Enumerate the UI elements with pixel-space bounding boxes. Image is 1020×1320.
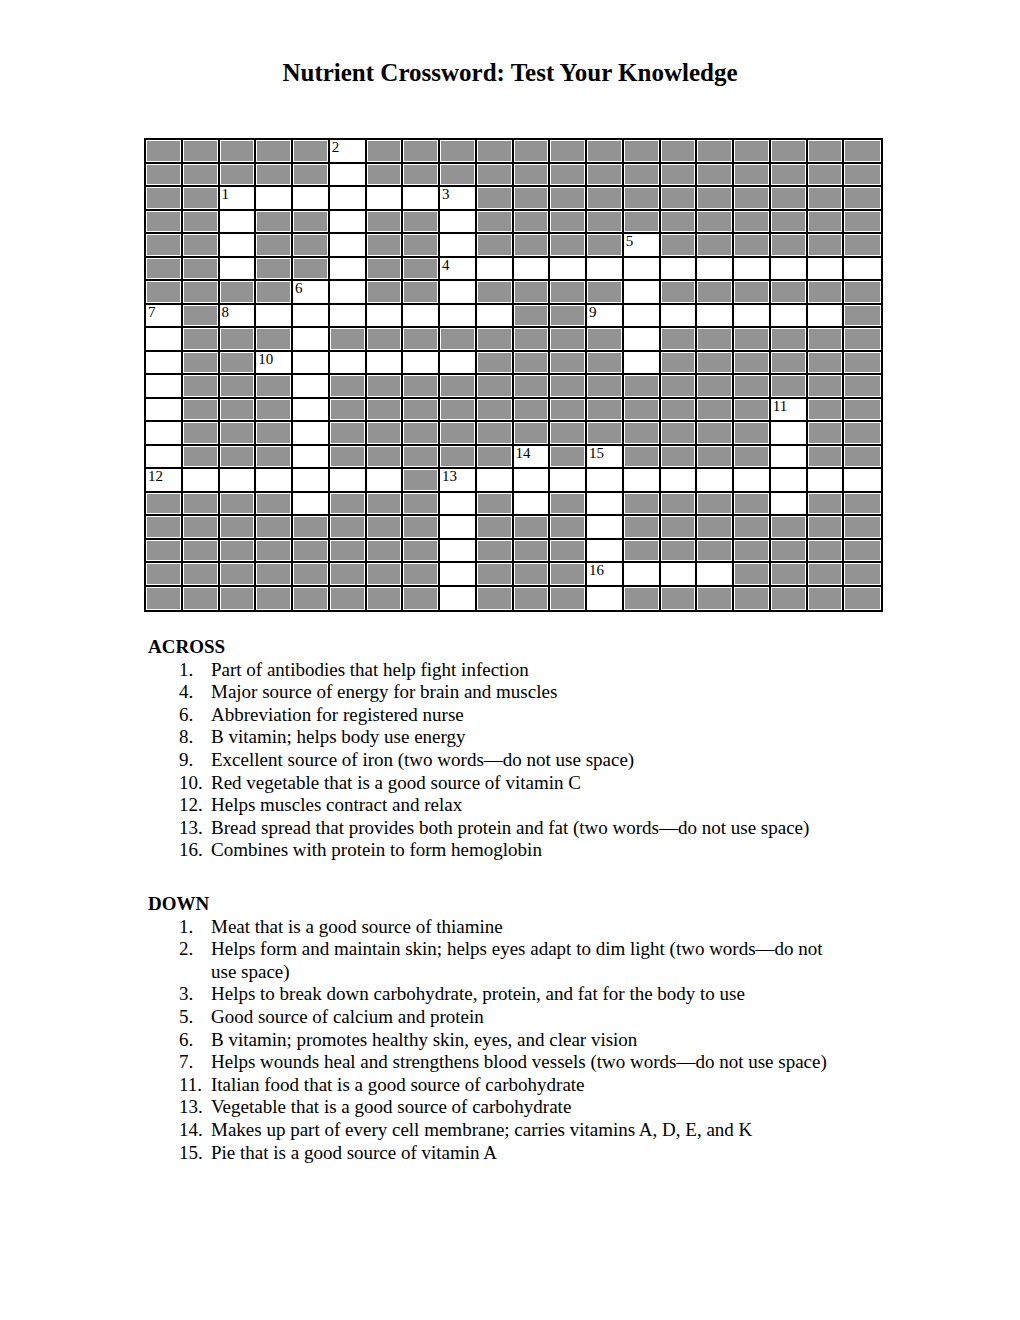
grid-cell-r16c9[interactable]: [440, 493, 477, 517]
page-title: Nutrient Crossword: Test Your Knowledge: [0, 58, 1020, 88]
grid-cell-r3c4[interactable]: [256, 187, 293, 211]
grid-cell-r17c4: [256, 516, 293, 540]
grid-cell-r8c17[interactable]: [734, 305, 771, 329]
clue-text: Vegetable that is a good source of carbo…: [211, 1096, 571, 1119]
grid-cell-r5c3[interactable]: [220, 234, 257, 258]
grid-cell-r7c7: [367, 281, 404, 305]
grid-cell-r19c20: [844, 563, 881, 587]
grid-cell-r16c16: [697, 493, 734, 517]
grid-cell-r6c6[interactable]: [330, 258, 367, 282]
grid-cell-r10c11: [514, 352, 551, 376]
grid-cell-r1c18: [771, 140, 808, 164]
grid-cell-r11c10: [477, 375, 514, 399]
clue-number: 6.: [179, 1029, 211, 1052]
grid-cell-r20c13[interactable]: [587, 587, 624, 611]
clue-text: Good source of calcium and protein: [211, 1006, 484, 1029]
grid-cell-r10c4[interactable]: 10: [256, 352, 293, 376]
grid-clue-number-15: 15: [589, 446, 604, 461]
grid-cell-r15c18[interactable]: [771, 469, 808, 493]
grid-cell-r14c3: [220, 446, 257, 470]
grid-cell-r18c16: [697, 540, 734, 564]
grid-cell-r5c2: [183, 234, 220, 258]
grid-cell-r14c18[interactable]: [771, 446, 808, 470]
grid-cell-r7c6[interactable]: [330, 281, 367, 305]
grid-cell-r17c2: [183, 516, 220, 540]
grid-cell-r10c19: [808, 352, 845, 376]
crossword-grid: 21354678910111415121316: [144, 138, 883, 612]
clue-text: B vitamin; helps body use energy: [211, 726, 466, 749]
grid-cell-r10c10: [477, 352, 514, 376]
grid-cell-r4c2: [183, 211, 220, 235]
grid-clue-number-1: 1: [222, 187, 230, 202]
down-clue-13: 13.Vegetable that is a good source of ca…: [179, 1096, 1020, 1119]
grid-cell-r13c15: [661, 422, 698, 446]
grid-cell-r18c14: [624, 540, 661, 564]
grid-cell-r17c11: [514, 516, 551, 540]
grid-cell-r4c20: [844, 211, 881, 235]
grid-cell-r6c12[interactable]: [550, 258, 587, 282]
grid-cell-r6c3[interactable]: [220, 258, 257, 282]
grid-cell-r17c10: [477, 516, 514, 540]
grid-cell-r13c5[interactable]: [293, 422, 330, 446]
worksheet-page: Nutrient Crossword: Test Your Knowledge …: [0, 0, 1020, 1320]
grid-cell-r10c20: [844, 352, 881, 376]
grid-cell-r14c13[interactable]: 15: [587, 446, 624, 470]
grid-cell-r3c6[interactable]: [330, 187, 367, 211]
grid-cell-r11c8: [403, 375, 440, 399]
down-section: DOWN 1.Meat that is a good source of thi…: [0, 893, 1020, 1164]
grid-cell-r6c10[interactable]: [477, 258, 514, 282]
grid-cell-r9c5[interactable]: [293, 328, 330, 352]
grid-cell-r6c18[interactable]: [771, 258, 808, 282]
grid-cell-r2c16: [697, 164, 734, 188]
grid-cell-r15c16[interactable]: [697, 469, 734, 493]
grid-cell-r10c16: [697, 352, 734, 376]
grid-cell-r6c15[interactable]: [661, 258, 698, 282]
grid-clue-number-3: 3: [442, 187, 450, 202]
grid-cell-r20c17: [734, 587, 771, 611]
grid-cell-r8c3[interactable]: 8: [220, 305, 257, 329]
grid-cell-r15c8: [403, 469, 440, 493]
grid-cell-r8c4[interactable]: [256, 305, 293, 329]
grid-cell-r12c18[interactable]: 11: [771, 399, 808, 423]
clue-number: 1.: [179, 659, 211, 682]
grid-cell-r2c20: [844, 164, 881, 188]
grid-cell-r8c8[interactable]: [403, 305, 440, 329]
grid-cell-r14c20: [844, 446, 881, 470]
grid-cell-r2c8: [403, 164, 440, 188]
grid-cell-r5c15: [661, 234, 698, 258]
clue-number: 5.: [179, 1006, 211, 1029]
grid-clue-number-4: 4: [442, 258, 450, 273]
grid-cell-r18c13[interactable]: [587, 540, 624, 564]
grid-cell-r16c15: [661, 493, 698, 517]
grid-cell-r4c6[interactable]: [330, 211, 367, 235]
grid-cell-r14c9: [440, 446, 477, 470]
grid-cell-r10c5[interactable]: [293, 352, 330, 376]
grid-cell-r20c14: [624, 587, 661, 611]
grid-cell-r9c12: [550, 328, 587, 352]
grid-cell-r10c1[interactable]: [146, 352, 183, 376]
grid-cell-r4c3[interactable]: [220, 211, 257, 235]
clue-number: 4.: [179, 681, 211, 704]
grid-cell-r1c6[interactable]: 2: [330, 140, 367, 164]
grid-cell-r3c18: [771, 187, 808, 211]
clue-text: Helps form and maintain skin; helps eyes…: [211, 938, 823, 983]
grid-cell-r9c1[interactable]: [146, 328, 183, 352]
grid-cell-r3c5[interactable]: [293, 187, 330, 211]
grid-cell-r5c19: [808, 234, 845, 258]
grid-cell-r14c10: [477, 446, 514, 470]
grid-cell-r7c1: [146, 281, 183, 305]
grid-cell-r16c5[interactable]: [293, 493, 330, 517]
grid-cell-r10c6[interactable]: [330, 352, 367, 376]
grid-cell-r14c11[interactable]: 14: [514, 446, 551, 470]
grid-cell-r13c20: [844, 422, 881, 446]
grid-cell-r16c20: [844, 493, 881, 517]
grid-cell-r20c8: [403, 587, 440, 611]
grid-cell-r15c9[interactable]: 13: [440, 469, 477, 493]
grid-cell-r4c18: [771, 211, 808, 235]
grid-cell-r10c13: [587, 352, 624, 376]
grid-cell-r19c13[interactable]: 16: [587, 563, 624, 587]
grid-cell-r9c16: [697, 328, 734, 352]
grid-cell-r20c10: [477, 587, 514, 611]
grid-cell-r7c18: [771, 281, 808, 305]
grid-cell-r11c14: [624, 375, 661, 399]
grid-cell-r17c13[interactable]: [587, 516, 624, 540]
grid-cell-r13c6: [330, 422, 367, 446]
grid-cell-r9c2: [183, 328, 220, 352]
grid-cell-r16c4: [256, 493, 293, 517]
grid-clue-number-2: 2: [332, 140, 340, 155]
grid-cell-r18c4: [256, 540, 293, 564]
grid-cell-r6c14[interactable]: [624, 258, 661, 282]
grid-cell-r8c7[interactable]: [367, 305, 404, 329]
grid-cell-r15c20[interactable]: [844, 469, 881, 493]
grid-cell-r2c5: [293, 164, 330, 188]
across-clue-16: 16.Combines with protein to form hemoglo…: [179, 839, 1020, 862]
grid-cell-r14c7: [367, 446, 404, 470]
grid-cell-r6c9[interactable]: 4: [440, 258, 477, 282]
grid-cell-r19c16[interactable]: [697, 563, 734, 587]
down-clue-7: 7.Helps wounds heal and strengthens bloo…: [179, 1051, 1020, 1074]
grid-cell-r9c4: [256, 328, 293, 352]
grid-cell-r5c6[interactable]: [330, 234, 367, 258]
grid-cell-r7c4: [256, 281, 293, 305]
grid-cell-r5c4: [256, 234, 293, 258]
grid-cell-r14c17: [734, 446, 771, 470]
grid-cell-r5c5: [293, 234, 330, 258]
grid-cell-r17c9[interactable]: [440, 516, 477, 540]
grid-cell-r18c3: [220, 540, 257, 564]
grid-cell-r12c7: [367, 399, 404, 423]
grid-cell-r19c14[interactable]: [624, 563, 661, 587]
grid-cell-r19c17: [734, 563, 771, 587]
grid-cell-r2c18: [771, 164, 808, 188]
grid-cell-r8c10[interactable]: [477, 305, 514, 329]
grid-cell-r5c11: [514, 234, 551, 258]
grid-cell-r1c1: [146, 140, 183, 164]
grid-cell-r11c12: [550, 375, 587, 399]
grid-cell-r15c5[interactable]: [293, 469, 330, 493]
grid-cell-r9c20: [844, 328, 881, 352]
grid-cell-r1c19: [808, 140, 845, 164]
grid-cell-r2c17: [734, 164, 771, 188]
across-heading: ACROSS: [148, 636, 1020, 659]
grid-cell-r2c9: [440, 164, 477, 188]
grid-cell-r5c14[interactable]: 5: [624, 234, 661, 258]
grid-cell-r8c1[interactable]: 7: [146, 305, 183, 329]
grid-cell-r1c17: [734, 140, 771, 164]
grid-cell-r19c6: [330, 563, 367, 587]
grid-cell-r11c18: [771, 375, 808, 399]
grid-cell-r16c18[interactable]: [771, 493, 808, 517]
grid-cell-r10c8[interactable]: [403, 352, 440, 376]
grid-cell-r16c17: [734, 493, 771, 517]
grid-cell-r15c3[interactable]: [220, 469, 257, 493]
grid-cell-r7c2: [183, 281, 220, 305]
grid-cell-r14c15: [661, 446, 698, 470]
grid-cell-r18c10: [477, 540, 514, 564]
grid-cell-r16c1: [146, 493, 183, 517]
grid-cell-r15c6[interactable]: [330, 469, 367, 493]
grid-cell-r13c1[interactable]: [146, 422, 183, 446]
grid-cell-r15c2[interactable]: [183, 469, 220, 493]
grid-cell-r5c16: [697, 234, 734, 258]
grid-cell-r15c4[interactable]: [256, 469, 293, 493]
grid-clue-number-5: 5: [626, 234, 634, 249]
grid-cell-r18c19: [808, 540, 845, 564]
grid-cell-r12c1[interactable]: [146, 399, 183, 423]
across-clue-8: 8.B vitamin; helps body use energy: [179, 726, 1020, 749]
grid-cell-r20c20: [844, 587, 881, 611]
grid-cell-r7c16: [697, 281, 734, 305]
across-clue-12: 12.Helps muscles contract and relax: [179, 794, 1020, 817]
grid-cell-r10c3: [220, 352, 257, 376]
grid-cell-r4c11: [514, 211, 551, 235]
clue-text: Italian food that is a good source of ca…: [211, 1074, 585, 1097]
grid-cell-r9c18: [771, 328, 808, 352]
grid-cell-r15c15[interactable]: [661, 469, 698, 493]
grid-cell-r13c10: [477, 422, 514, 446]
grid-cell-r18c20: [844, 540, 881, 564]
grid-cell-r13c19: [808, 422, 845, 446]
grid-cell-r14c1[interactable]: [146, 446, 183, 470]
grid-cell-r3c8[interactable]: [403, 187, 440, 211]
grid-cell-r17c19: [808, 516, 845, 540]
grid-cell-r6c19[interactable]: [808, 258, 845, 282]
grid-cell-r1c20: [844, 140, 881, 164]
grid-cell-r9c9: [440, 328, 477, 352]
grid-cell-r11c15: [661, 375, 698, 399]
grid-cell-r13c11: [514, 422, 551, 446]
grid-clue-number-9: 9: [589, 305, 597, 320]
grid-cell-r18c11: [514, 540, 551, 564]
grid-cell-r15c14[interactable]: [624, 469, 661, 493]
grid-cell-r18c9[interactable]: [440, 540, 477, 564]
grid-cell-r1c3: [220, 140, 257, 164]
grid-cell-r10c12: [550, 352, 587, 376]
grid-cell-r14c19: [808, 446, 845, 470]
across-clue-13: 13.Bread spread that provides both prote…: [179, 817, 1020, 840]
clue-number: 7.: [179, 1051, 211, 1074]
grid-cell-r15c13[interactable]: [587, 469, 624, 493]
grid-cell-r1c16: [697, 140, 734, 164]
grid-cell-r11c16: [697, 375, 734, 399]
grid-cell-r9c8: [403, 328, 440, 352]
grid-cell-r8c6[interactable]: [330, 305, 367, 329]
grid-cell-r14c2: [183, 446, 220, 470]
grid-cell-r16c7: [367, 493, 404, 517]
grid-cell-r11c13: [587, 375, 624, 399]
grid-cell-r7c5[interactable]: 6: [293, 281, 330, 305]
grid-cell-r4c9[interactable]: [440, 211, 477, 235]
grid-cell-r14c5[interactable]: [293, 446, 330, 470]
grid-cell-r6c11[interactable]: [514, 258, 551, 282]
grid-cell-r5c7: [367, 234, 404, 258]
grid-cell-r15c7[interactable]: [367, 469, 404, 493]
grid-cell-r16c2: [183, 493, 220, 517]
grid-cell-r16c8: [403, 493, 440, 517]
grid-cell-r6c16[interactable]: [697, 258, 734, 282]
grid-cell-r19c11: [514, 563, 551, 587]
grid-cell-r16c14: [624, 493, 661, 517]
clue-text: Helps to break down carbohydrate, protei…: [211, 983, 745, 1006]
grid-cell-r20c4: [256, 587, 293, 611]
grid-cell-r7c9[interactable]: [440, 281, 477, 305]
grid-cell-r20c9[interactable]: [440, 587, 477, 611]
grid-cell-r18c17: [734, 540, 771, 564]
grid-cell-r2c6[interactable]: [330, 164, 367, 188]
grid-cell-r15c10[interactable]: [477, 469, 514, 493]
grid-cell-r12c2: [183, 399, 220, 423]
grid-cell-r2c2: [183, 164, 220, 188]
grid-cell-r12c5[interactable]: [293, 399, 330, 423]
grid-cell-r17c12: [550, 516, 587, 540]
grid-cell-r10c15: [661, 352, 698, 376]
grid-cell-r9c14[interactable]: [624, 328, 661, 352]
grid-cell-r8c15[interactable]: [661, 305, 698, 329]
grid-cell-r3c7[interactable]: [367, 187, 404, 211]
grid-cell-r20c15: [661, 587, 698, 611]
grid-cell-r8c16[interactable]: [697, 305, 734, 329]
grid-cell-r17c17: [734, 516, 771, 540]
grid-cell-r10c9[interactable]: [440, 352, 477, 376]
grid-cell-r12c6: [330, 399, 367, 423]
grid-cell-r11c7: [367, 375, 404, 399]
grid-cell-r18c15: [661, 540, 698, 564]
grid-clue-number-8: 8: [222, 305, 230, 320]
clue-text: Combines with protein to form hemoglobin: [211, 839, 542, 862]
grid-cell-r5c18: [771, 234, 808, 258]
grid-cell-r16c11[interactable]: [514, 493, 551, 517]
grid-cell-r3c13: [587, 187, 624, 211]
across-section: ACROSS 1.Part of antibodies that help fi…: [0, 636, 1020, 862]
grid-cell-r11c5[interactable]: [293, 375, 330, 399]
grid-cell-r4c4: [256, 211, 293, 235]
grid-cell-r5c13: [587, 234, 624, 258]
grid-cell-r3c19: [808, 187, 845, 211]
grid-cell-r12c16: [697, 399, 734, 423]
grid-cell-r1c5: [293, 140, 330, 164]
grid-cell-r10c2: [183, 352, 220, 376]
grid-cell-r8c13[interactable]: 9: [587, 305, 624, 329]
clue-text: Helps muscles contract and relax: [211, 794, 462, 817]
grid-cell-r16c3: [220, 493, 257, 517]
grid-cell-r11c6: [330, 375, 367, 399]
clue-text: Pie that is a good source of vitamin A: [211, 1142, 497, 1165]
grid-cell-r6c20[interactable]: [844, 258, 881, 282]
grid-cell-r3c9[interactable]: 3: [440, 187, 477, 211]
grid-cell-r20c7: [367, 587, 404, 611]
grid-cell-r12c15: [661, 399, 698, 423]
grid-cell-r19c15[interactable]: [661, 563, 698, 587]
grid-cell-r8c19[interactable]: [808, 305, 845, 329]
grid-cell-r3c17: [734, 187, 771, 211]
clue-text: Red vegetable that is a good source of v…: [211, 772, 581, 795]
grid-cell-r9c19: [808, 328, 845, 352]
grid-cell-r7c10: [477, 281, 514, 305]
grid-cell-r1c13: [587, 140, 624, 164]
grid-cell-r15c1[interactable]: 12: [146, 469, 183, 493]
grid-cell-r13c17: [734, 422, 771, 446]
grid-cell-r5c17: [734, 234, 771, 258]
down-clue-2: 2.Helps form and maintain skin; helps ey…: [179, 938, 1020, 983]
grid-cell-r15c11[interactable]: [514, 469, 551, 493]
grid-cell-r7c14[interactable]: [624, 281, 661, 305]
grid-cell-r1c2: [183, 140, 220, 164]
grid-cell-r10c7[interactable]: [367, 352, 404, 376]
grid-cell-r10c14[interactable]: [624, 352, 661, 376]
grid-cell-r20c3: [220, 587, 257, 611]
grid-cell-r8c9[interactable]: [440, 305, 477, 329]
clue-text: Meat that is a good source of thiamine: [211, 916, 503, 939]
grid-cell-r6c13[interactable]: [587, 258, 624, 282]
grid-cell-r6c17[interactable]: [734, 258, 771, 282]
grid-cell-r11c1[interactable]: [146, 375, 183, 399]
grid-cell-r15c12[interactable]: [550, 469, 587, 493]
grid-cell-r8c14[interactable]: [624, 305, 661, 329]
grid-cell-r6c5: [293, 258, 330, 282]
clue-text: Major source of energy for brain and mus…: [211, 681, 557, 704]
grid-cell-r3c3[interactable]: 1: [220, 187, 257, 211]
grid-cell-r12c11: [514, 399, 551, 423]
grid-cell-r5c9[interactable]: [440, 234, 477, 258]
grid-cell-r9c17: [734, 328, 771, 352]
grid-cell-r19c10: [477, 563, 514, 587]
grid-cell-r19c12: [550, 563, 587, 587]
grid-cell-r19c9[interactable]: [440, 563, 477, 587]
grid-cell-r8c5[interactable]: [293, 305, 330, 329]
grid-cell-r6c2: [183, 258, 220, 282]
grid-cell-r11c17: [734, 375, 771, 399]
grid-cell-r3c16: [697, 187, 734, 211]
grid-cell-r5c20: [844, 234, 881, 258]
grid-cell-r16c13[interactable]: [587, 493, 624, 517]
grid-cell-r13c18[interactable]: [771, 422, 808, 446]
grid-cell-r3c11: [514, 187, 551, 211]
grid-cell-r2c15: [661, 164, 698, 188]
grid-cell-r13c13: [587, 422, 624, 446]
grid-cell-r4c7: [367, 211, 404, 235]
grid-cell-r15c17[interactable]: [734, 469, 771, 493]
clue-number: 2.: [179, 938, 211, 983]
grid-cell-r18c7: [367, 540, 404, 564]
grid-cell-r15c19[interactable]: [808, 469, 845, 493]
grid-cell-r8c18[interactable]: [771, 305, 808, 329]
grid-cell-r16c12: [550, 493, 587, 517]
